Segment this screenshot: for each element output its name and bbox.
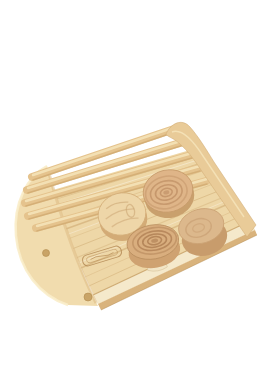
support-pin-lower — [84, 293, 92, 301]
sauna-headrest-illustration — [0, 0, 280, 373]
support-pin-upper — [43, 250, 50, 257]
product-photo — [0, 0, 280, 373]
